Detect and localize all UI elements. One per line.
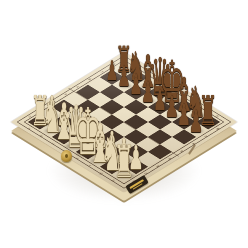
brass-clasp [61, 150, 72, 162]
chess-set-photo: abcdefgh abcdefgh 87654321 87654321 ♜♞♟♝… [0, 0, 248, 248]
